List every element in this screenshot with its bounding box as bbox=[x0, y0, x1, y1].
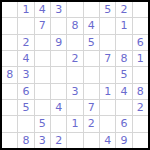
cell-r6c8[interactable]: 4 bbox=[116, 84, 131, 99]
given-digit: 2 bbox=[22, 37, 29, 48]
cell-r9c3[interactable]: 3 bbox=[35, 133, 50, 148]
cell-r6c2[interactable]: 6 bbox=[18, 84, 33, 99]
cell-r9c9[interactable] bbox=[133, 133, 148, 148]
cell-r9c2[interactable]: 8 bbox=[18, 133, 33, 148]
given-digit: 6 bbox=[137, 37, 144, 48]
cell-r2c9[interactable] bbox=[133, 18, 148, 33]
cell-r6c7[interactable]: 1 bbox=[100, 84, 115, 99]
cell-r9c8[interactable]: 9 bbox=[116, 133, 131, 148]
cell-r6c3[interactable] bbox=[35, 84, 50, 99]
cell-r3c4[interactable]: 9 bbox=[51, 35, 66, 50]
cell-r8c6[interactable]: 2 bbox=[84, 116, 99, 131]
given-digit: 4 bbox=[120, 86, 127, 97]
cell-r2c6[interactable]: 4 bbox=[84, 18, 99, 33]
cell-r3c3[interactable] bbox=[35, 35, 50, 50]
cell-r2c7[interactable] bbox=[100, 18, 115, 33]
given-digit: 8 bbox=[137, 86, 144, 97]
given-digit: 6 bbox=[22, 86, 29, 97]
given-digit: 1 bbox=[137, 53, 144, 64]
given-digit: 4 bbox=[39, 4, 46, 15]
cell-r7c9[interactable]: 2 bbox=[133, 100, 148, 115]
given-digit: 8 bbox=[6, 69, 13, 80]
cell-r2c2[interactable] bbox=[18, 18, 33, 33]
cell-r1c7[interactable]: 5 bbox=[100, 2, 115, 17]
cell-r1c3[interactable]: 4 bbox=[35, 2, 50, 17]
given-digit: 2 bbox=[88, 118, 95, 129]
cell-r1c8[interactable]: 2 bbox=[116, 2, 131, 17]
given-digit: 5 bbox=[88, 37, 95, 48]
given-digit: 5 bbox=[104, 4, 111, 15]
cell-r4c2[interactable]: 4 bbox=[18, 51, 33, 66]
given-digit: 4 bbox=[22, 53, 29, 64]
given-digit: 7 bbox=[88, 102, 95, 113]
cell-r9c6[interactable] bbox=[84, 133, 99, 148]
cell-r3c8[interactable] bbox=[116, 35, 131, 50]
cell-r7c7[interactable] bbox=[100, 100, 115, 115]
cell-r8c2[interactable] bbox=[18, 116, 33, 131]
given-digit: 5 bbox=[39, 118, 46, 129]
given-digit: 1 bbox=[71, 118, 78, 129]
cell-r2c5[interactable]: 8 bbox=[67, 18, 82, 33]
given-digit: 2 bbox=[71, 53, 78, 64]
given-digit: 8 bbox=[71, 20, 78, 31]
given-digit: 8 bbox=[22, 135, 29, 146]
cell-r4c6[interactable] bbox=[84, 51, 99, 66]
cell-r8c1[interactable] bbox=[2, 116, 17, 131]
cell-r9c1[interactable] bbox=[2, 133, 17, 148]
cell-r3c7[interactable] bbox=[100, 35, 115, 50]
cell-r9c4[interactable]: 2 bbox=[51, 133, 66, 148]
cell-r2c4[interactable] bbox=[51, 18, 66, 33]
given-digit: 8 bbox=[120, 53, 127, 64]
cell-r4c3[interactable] bbox=[35, 51, 50, 66]
cell-r1c9[interactable] bbox=[133, 2, 148, 17]
cell-r7c6[interactable]: 7 bbox=[84, 100, 99, 115]
cell-r1c6[interactable] bbox=[84, 2, 99, 17]
cell-r5c3[interactable] bbox=[35, 67, 50, 82]
given-digit: 7 bbox=[39, 20, 46, 31]
given-digit: 2 bbox=[55, 135, 62, 146]
cell-r7c5[interactable] bbox=[67, 100, 82, 115]
given-digit: 1 bbox=[22, 4, 29, 15]
cell-r4c4[interactable] bbox=[51, 51, 66, 66]
given-digit: 9 bbox=[120, 135, 127, 146]
cell-r6c6[interactable] bbox=[84, 84, 99, 99]
cell-r6c1[interactable] bbox=[2, 84, 17, 99]
given-digit: 1 bbox=[104, 86, 111, 97]
cell-r5c7[interactable] bbox=[100, 67, 115, 82]
given-digit: 6 bbox=[120, 118, 127, 129]
cell-r8c7[interactable] bbox=[100, 116, 115, 131]
cell-r7c2[interactable]: 5 bbox=[18, 100, 33, 115]
cell-r3c9[interactable]: 6 bbox=[133, 35, 148, 50]
given-digit: 3 bbox=[71, 86, 78, 97]
given-digit: 4 bbox=[55, 102, 62, 113]
cell-r3c1[interactable] bbox=[2, 35, 17, 50]
given-digit: 4 bbox=[104, 135, 111, 146]
cell-r1c4[interactable]: 3 bbox=[51, 2, 66, 17]
cell-r2c8[interactable]: 1 bbox=[116, 18, 131, 33]
given-digit: 3 bbox=[22, 69, 29, 80]
cell-r5c6[interactable] bbox=[84, 67, 99, 82]
cell-r6c9[interactable]: 8 bbox=[133, 84, 148, 99]
cell-r7c8[interactable] bbox=[116, 100, 131, 115]
cell-r4c1[interactable] bbox=[2, 51, 17, 66]
cell-r7c3[interactable] bbox=[35, 100, 50, 115]
given-digit: 9 bbox=[55, 37, 62, 48]
cell-r9c7[interactable]: 4 bbox=[100, 133, 115, 148]
cell-r2c3[interactable]: 7 bbox=[35, 18, 50, 33]
given-digit: 4 bbox=[88, 20, 95, 31]
given-digit: 5 bbox=[22, 102, 29, 113]
cell-r3c5[interactable] bbox=[67, 35, 82, 50]
cell-r7c4[interactable]: 4 bbox=[51, 100, 66, 115]
given-digit: 1 bbox=[120, 20, 127, 31]
given-digit: 2 bbox=[120, 4, 127, 15]
cell-r4c8[interactable]: 8 bbox=[116, 51, 131, 66]
cell-r8c8[interactable]: 6 bbox=[116, 116, 131, 131]
cell-r8c9[interactable] bbox=[133, 116, 148, 131]
cell-r8c3[interactable]: 5 bbox=[35, 116, 50, 131]
cell-r8c5[interactable]: 1 bbox=[67, 116, 82, 131]
cell-r5c1[interactable]: 8 bbox=[2, 67, 17, 82]
cell-r4c7[interactable]: 7 bbox=[100, 51, 115, 66]
cell-r2c1[interactable] bbox=[2, 18, 17, 33]
cell-r3c6[interactable]: 5 bbox=[84, 35, 99, 50]
cell-r1c5[interactable] bbox=[67, 2, 82, 17]
cell-r4c9[interactable]: 1 bbox=[133, 51, 148, 66]
cell-r5c9[interactable] bbox=[133, 67, 148, 82]
cell-r1c1[interactable] bbox=[2, 2, 17, 17]
given-digit: 3 bbox=[39, 135, 46, 146]
cell-r9c5[interactable] bbox=[67, 133, 82, 148]
sudoku-board: 143527841295642781835631485472512683249 bbox=[0, 0, 150, 150]
given-digit: 7 bbox=[104, 53, 111, 64]
cell-r7c1[interactable] bbox=[2, 100, 17, 115]
cell-r4c5[interactable]: 2 bbox=[67, 51, 82, 66]
cell-r8c4[interactable] bbox=[51, 116, 66, 131]
given-digit: 5 bbox=[120, 69, 127, 80]
cell-r6c5[interactable]: 3 bbox=[67, 84, 82, 99]
cell-r3c2[interactable]: 2 bbox=[18, 35, 33, 50]
cell-r6c4[interactable] bbox=[51, 84, 66, 99]
cell-r5c5[interactable] bbox=[67, 67, 82, 82]
given-digit: 3 bbox=[55, 4, 62, 15]
cell-r5c2[interactable]: 3 bbox=[18, 67, 33, 82]
given-digit: 2 bbox=[137, 102, 144, 113]
cell-r5c4[interactable] bbox=[51, 67, 66, 82]
cell-r5c8[interactable]: 5 bbox=[116, 67, 131, 82]
cell-r1c2[interactable]: 1 bbox=[18, 2, 33, 17]
